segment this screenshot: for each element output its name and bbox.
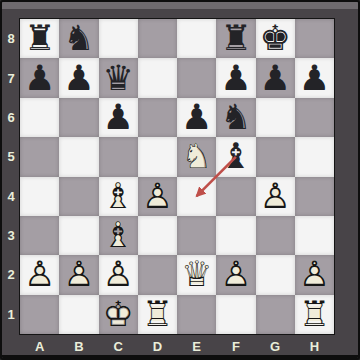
black-piece-glyph: ♟ [216, 58, 255, 97]
white-piece-fill: ♟ [99, 255, 138, 294]
square-a3[interactable] [20, 216, 59, 255]
square-e6[interactable]: ♟ [177, 98, 216, 137]
square-g8[interactable]: ♚ [256, 19, 295, 58]
piece-white-pawn-g4[interactable]: ♟♙ [256, 177, 295, 216]
piece-black-pawn-e6[interactable]: ♟ [177, 98, 216, 137]
square-e3[interactable] [177, 216, 216, 255]
square-a2[interactable]: ♟♙ [20, 255, 59, 294]
white-piece-outline: ♙ [20, 255, 59, 294]
square-b3[interactable] [59, 216, 98, 255]
white-piece-fill: ♝ [99, 177, 138, 216]
square-a5[interactable] [20, 137, 59, 176]
square-d3[interactable] [138, 216, 177, 255]
square-a8[interactable]: ♜ [20, 19, 59, 58]
rank-label-2: 2 [2, 255, 20, 294]
square-g1[interactable] [256, 295, 295, 334]
piece-black-king-g8[interactable]: ♚ [256, 19, 295, 58]
piece-white-pawn-d4[interactable]: ♟♙ [138, 177, 177, 216]
square-c7[interactable]: ♛ [99, 58, 138, 97]
square-b7[interactable]: ♟ [59, 58, 98, 97]
piece-black-rook-f8[interactable]: ♜ [216, 19, 255, 58]
board-frame: 87654321 ♜♞♜♚♟♟♛♟♟♟♟♟♞♞♘♝♝♗♟♙♟♙♝♗♟♙♟♙♟♙♛… [0, 0, 360, 360]
white-piece-outline: ♔ [99, 295, 138, 334]
white-piece-fill: ♟ [295, 255, 334, 294]
piece-black-pawn-f7[interactable]: ♟ [216, 58, 255, 97]
piece-black-pawn-a7[interactable]: ♟ [20, 58, 59, 97]
square-h3[interactable] [295, 216, 334, 255]
square-d1[interactable]: ♜♖ [138, 295, 177, 334]
piece-black-rook-a8[interactable]: ♜ [20, 19, 59, 58]
file-label-c: C [99, 335, 138, 357]
piece-white-knight-e5[interactable]: ♞♘ [177, 137, 216, 176]
black-piece-glyph: ♟ [99, 98, 138, 137]
white-piece-fill: ♝ [99, 216, 138, 255]
square-h8[interactable] [295, 19, 334, 58]
frame-bottom-edge [2, 355, 358, 358]
rank-label-4: 4 [2, 177, 20, 216]
square-f2[interactable]: ♟♙ [216, 255, 255, 294]
white-piece-outline: ♙ [59, 255, 98, 294]
square-f8[interactable]: ♜ [216, 19, 255, 58]
white-piece-outline: ♙ [295, 255, 334, 294]
square-f1[interactable] [216, 295, 255, 334]
square-c5[interactable] [99, 137, 138, 176]
file-label-g: G [256, 335, 295, 357]
white-piece-fill: ♞ [177, 137, 216, 176]
white-piece-fill: ♟ [20, 255, 59, 294]
square-b2[interactable]: ♟♙ [59, 255, 98, 294]
rank-label-3: 3 [2, 216, 20, 255]
square-b4[interactable] [59, 177, 98, 216]
white-piece-outline: ♘ [177, 137, 216, 176]
white-piece-fill: ♜ [295, 295, 334, 334]
square-b8[interactable]: ♞ [59, 19, 98, 58]
piece-white-pawn-c2[interactable]: ♟♙ [99, 255, 138, 294]
file-label-e: E [177, 335, 216, 357]
square-d6[interactable] [138, 98, 177, 137]
black-piece-glyph: ♟ [295, 58, 334, 97]
square-h6[interactable] [295, 98, 334, 137]
white-piece-outline: ♕ [177, 255, 216, 294]
white-piece-fill: ♛ [177, 255, 216, 294]
piece-white-rook-d1[interactable]: ♜♖ [138, 295, 177, 334]
file-label-d: D [138, 335, 177, 357]
square-e5[interactable]: ♞♘ [177, 137, 216, 176]
square-g3[interactable] [256, 216, 295, 255]
frame-top-highlight [2, 2, 358, 9]
square-e7[interactable] [177, 58, 216, 97]
rank-label-5: 5 [2, 137, 20, 176]
rank-labels: 87654321 [2, 19, 20, 334]
square-h7[interactable]: ♟ [295, 58, 334, 97]
square-h2[interactable]: ♟♙ [295, 255, 334, 294]
white-piece-outline: ♗ [99, 216, 138, 255]
square-h5[interactable] [295, 137, 334, 176]
white-piece-fill: ♟ [59, 255, 98, 294]
square-e4[interactable] [177, 177, 216, 216]
square-g2[interactable] [256, 255, 295, 294]
square-g4[interactable]: ♟♙ [256, 177, 295, 216]
file-labels: ABCDEFGH [20, 335, 334, 357]
black-piece-glyph: ♞ [216, 98, 255, 137]
white-piece-outline: ♙ [256, 177, 295, 216]
white-piece-fill: ♟ [138, 177, 177, 216]
white-piece-outline: ♗ [99, 177, 138, 216]
piece-white-rook-h1[interactable]: ♜♖ [295, 295, 334, 334]
square-d2[interactable] [138, 255, 177, 294]
square-a6[interactable] [20, 98, 59, 137]
white-piece-fill: ♟ [256, 177, 295, 216]
piece-black-pawn-h7[interactable]: ♟ [295, 58, 334, 97]
square-d4[interactable]: ♟♙ [138, 177, 177, 216]
square-c2[interactable]: ♟♙ [99, 255, 138, 294]
file-label-b: B [59, 335, 98, 357]
piece-white-king-c1[interactable]: ♚♔ [99, 295, 138, 334]
white-piece-outline: ♙ [138, 177, 177, 216]
square-c1[interactable]: ♚♔ [99, 295, 138, 334]
piece-white-pawn-a2[interactable]: ♟♙ [20, 255, 59, 294]
square-h1[interactable]: ♜♖ [295, 295, 334, 334]
chess-board[interactable]: ♜♞♜♚♟♟♛♟♟♟♟♟♞♞♘♝♝♗♟♙♟♙♝♗♟♙♟♙♟♙♛♕♟♙♟♙♚♔♜♖… [20, 19, 334, 334]
square-e8[interactable] [177, 19, 216, 58]
square-f4[interactable] [216, 177, 255, 216]
square-a4[interactable] [20, 177, 59, 216]
file-label-h: H [295, 335, 334, 357]
square-a7[interactable]: ♟ [20, 58, 59, 97]
piece-white-pawn-h2[interactable]: ♟♙ [295, 255, 334, 294]
rank-label-7: 7 [2, 58, 20, 97]
piece-black-pawn-b7[interactable]: ♟ [59, 58, 98, 97]
square-c8[interactable] [99, 19, 138, 58]
white-piece-fill: ♜ [138, 295, 177, 334]
white-piece-outline: ♙ [99, 255, 138, 294]
square-d7[interactable] [138, 58, 177, 97]
square-c4[interactable]: ♝♗ [99, 177, 138, 216]
file-label-f: F [216, 335, 255, 357]
black-piece-glyph: ♟ [59, 58, 98, 97]
piece-white-pawn-f2[interactable]: ♟♙ [216, 255, 255, 294]
square-e2[interactable]: ♛♕ [177, 255, 216, 294]
rank-label-8: 8 [2, 19, 20, 58]
square-h4[interactable] [295, 177, 334, 216]
black-piece-glyph: ♚ [256, 19, 295, 58]
piece-white-bishop-c4[interactable]: ♝♗ [99, 177, 138, 216]
black-piece-glyph: ♟ [256, 58, 295, 97]
black-piece-glyph: ♜ [20, 19, 59, 58]
piece-white-pawn-b2[interactable]: ♟♙ [59, 255, 98, 294]
square-c3[interactable]: ♝♗ [99, 216, 138, 255]
square-c6[interactable]: ♟ [99, 98, 138, 137]
white-piece-fill: ♟ [216, 255, 255, 294]
black-piece-glyph: ♟ [177, 98, 216, 137]
square-g7[interactable]: ♟ [256, 58, 295, 97]
white-piece-fill: ♚ [99, 295, 138, 334]
square-b6[interactable] [59, 98, 98, 137]
square-g6[interactable] [256, 98, 295, 137]
square-d5[interactable] [138, 137, 177, 176]
piece-black-pawn-c6[interactable]: ♟ [99, 98, 138, 137]
white-piece-outline: ♖ [295, 295, 334, 334]
white-piece-outline: ♖ [138, 295, 177, 334]
square-g5[interactable] [256, 137, 295, 176]
square-f3[interactable] [216, 216, 255, 255]
square-d8[interactable] [138, 19, 177, 58]
black-piece-glyph: ♟ [20, 58, 59, 97]
square-f6[interactable]: ♞ [216, 98, 255, 137]
piece-black-pawn-g7[interactable]: ♟ [256, 58, 295, 97]
black-piece-glyph: ♛ [99, 58, 138, 97]
square-b5[interactable] [59, 137, 98, 176]
rank-label-6: 6 [2, 98, 20, 137]
piece-white-queen-e2[interactable]: ♛♕ [177, 255, 216, 294]
piece-black-knight-b8[interactable]: ♞ [59, 19, 98, 58]
piece-black-bishop-f5[interactable]: ♝ [216, 137, 255, 176]
square-f7[interactable]: ♟ [216, 58, 255, 97]
black-piece-glyph: ♞ [59, 19, 98, 58]
square-e1[interactable] [177, 295, 216, 334]
white-piece-outline: ♙ [216, 255, 255, 294]
piece-black-queen-c7[interactable]: ♛ [99, 58, 138, 97]
file-label-a: A [20, 335, 59, 357]
square-f5[interactable]: ♝ [216, 137, 255, 176]
piece-black-knight-f6[interactable]: ♞ [216, 98, 255, 137]
black-piece-glyph: ♜ [216, 19, 255, 58]
piece-white-bishop-c3[interactable]: ♝♗ [99, 216, 138, 255]
black-piece-glyph: ♝ [216, 137, 255, 176]
square-a1[interactable] [20, 295, 59, 334]
rank-label-1: 1 [2, 295, 20, 334]
square-b1[interactable] [59, 295, 98, 334]
